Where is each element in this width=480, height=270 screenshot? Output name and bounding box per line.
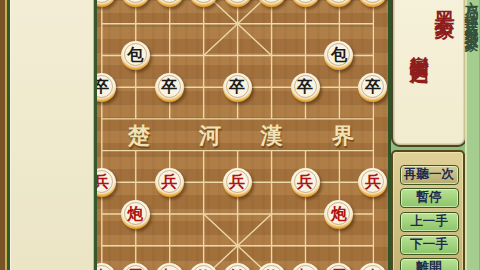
opening-title: 黑右象 變例之四】: [401, 0, 459, 144]
river-label: 界: [331, 123, 355, 149]
piece-red-pawn: 兵: [155, 168, 184, 197]
river-label: 河: [198, 123, 222, 149]
piece-black-pawn: 卒: [223, 73, 252, 102]
video-caption: 六局・轉兵底炮對飛象: [465, 0, 480, 31]
piece-red-cannon: 炮: [324, 200, 353, 229]
opening-title-panel: 黑右象 變例之四】: [391, 0, 467, 147]
opening-title-line2: 變例之四】: [406, 0, 432, 144]
piece-black-pawn: 卒: [358, 73, 387, 102]
right-sidebar: 黑右象 變例之四】 再聽一次 暫停 上一手 下一手 離開: [391, 0, 466, 270]
piece-red-cannon: 炮: [121, 200, 150, 229]
piece-red-pawn: 兵: [291, 168, 320, 197]
piece-black-cannon: 包: [121, 41, 150, 70]
prev-move-button[interactable]: 上一手: [400, 212, 459, 232]
pause-button[interactable]: 暫停: [400, 188, 459, 208]
opening-title-line1: 黑右象: [432, 0, 459, 144]
piece-black-pawn: 卒: [155, 73, 184, 102]
piece-red-pawn: 兵: [358, 168, 387, 197]
river-label: 漢: [260, 123, 284, 149]
piece-black-pawn: 卒: [291, 73, 320, 102]
move-list-panel: [10, 0, 94, 270]
xiangqi-app-window: 楚 河 漢 界 車馬象士將士象馬車包包卒卒卒卒卒兵兵兵兵兵炮炮車馬相仕帥仕相馬車…: [0, 0, 480, 270]
exit-button[interactable]: 離開: [400, 258, 459, 270]
replay-button[interactable]: 再聽一次: [400, 165, 459, 185]
piece-red-pawn: 兵: [223, 168, 252, 197]
xiangqi-board: 楚 河 漢 界 車馬象士將士象馬車包包卒卒卒卒卒兵兵兵兵兵炮炮車馬相仕帥仕相馬車: [97, 0, 388, 270]
playback-controls-panel: 再聽一次 暫停 上一手 下一手 離開: [391, 150, 465, 270]
river-label: 楚: [127, 123, 151, 149]
next-move-button[interactable]: 下一手: [400, 235, 459, 255]
